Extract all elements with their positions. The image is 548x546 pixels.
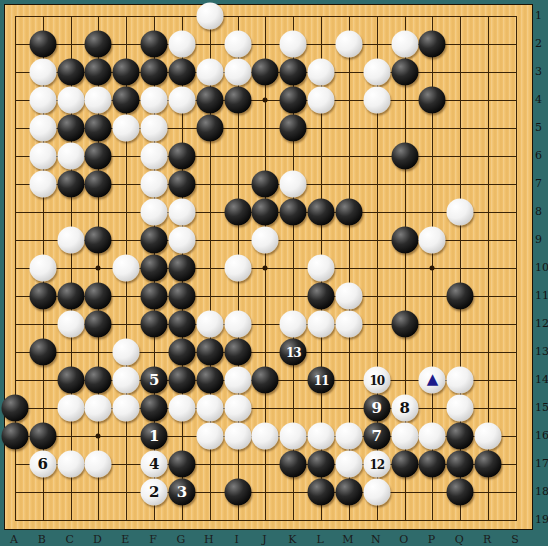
stone-G7[interactable]: [168, 171, 195, 198]
stone-Q14[interactable]: [447, 367, 474, 394]
row-label-13: 13: [535, 345, 548, 358]
row-label-5: 5: [535, 121, 542, 134]
col-label-S: S: [511, 533, 519, 546]
stone-H1[interactable]: [196, 3, 223, 30]
stone-G14[interactable]: [168, 367, 195, 394]
stone-L12[interactable]: [308, 311, 335, 338]
stone-K8[interactable]: [280, 199, 307, 226]
stone-F2[interactable]: [141, 31, 168, 58]
move-number-label: 11: [314, 374, 329, 386]
stone-I13[interactable]: [224, 339, 251, 366]
stone-F14[interactable]: 5: [141, 367, 168, 394]
stone-O16[interactable]: [391, 423, 418, 450]
stone-B17[interactable]: 6: [29, 451, 56, 478]
stone-L18[interactable]: [308, 479, 335, 506]
row-label-6: 6: [535, 149, 542, 162]
row-label-7: 7: [535, 177, 542, 190]
stone-F18[interactable]: 2: [141, 479, 168, 506]
hoshi-point: [263, 98, 268, 103]
stone-K7[interactable]: [280, 171, 307, 198]
grid-line: [516, 16, 517, 521]
stone-L16[interactable]: [308, 423, 335, 450]
stone-B13[interactable]: [29, 339, 56, 366]
row-label-8: 8: [535, 205, 542, 218]
stone-K2[interactable]: [280, 31, 307, 58]
stone-D5[interactable]: [85, 115, 112, 142]
move-number-label: 3: [177, 485, 187, 500]
stone-B11[interactable]: [29, 283, 56, 310]
stone-L14[interactable]: 11: [308, 367, 335, 394]
row-label-19: 19: [535, 513, 548, 526]
stone-G15[interactable]: [168, 395, 195, 422]
stone-G9[interactable]: [168, 227, 195, 254]
row-label-3: 3: [535, 65, 542, 78]
stone-O2[interactable]: [391, 31, 418, 58]
stone-E4[interactable]: [113, 87, 140, 114]
col-label-B: B: [38, 533, 46, 546]
stone-K17[interactable]: [280, 451, 307, 478]
stone-F12[interactable]: [141, 311, 168, 338]
stone-F11[interactable]: [141, 283, 168, 310]
row-label-12: 12: [535, 317, 548, 330]
stone-P2[interactable]: [419, 31, 446, 58]
stone-I15[interactable]: [224, 395, 251, 422]
stone-C3[interactable]: [57, 59, 84, 86]
stone-N4[interactable]: [363, 87, 390, 114]
stone-G3[interactable]: [168, 59, 195, 86]
stone-B4[interactable]: [29, 87, 56, 114]
stone-R17[interactable]: [475, 451, 502, 478]
stone-M16[interactable]: [335, 423, 362, 450]
col-label-F: F: [149, 533, 157, 546]
col-label-A: A: [10, 533, 18, 546]
stone-C9[interactable]: [57, 227, 84, 254]
stone-D15[interactable]: [85, 395, 112, 422]
col-label-C: C: [65, 533, 73, 546]
stone-D17[interactable]: [85, 451, 112, 478]
stone-E3[interactable]: [113, 59, 140, 86]
move-number-label: 7: [372, 429, 382, 444]
stone-F9[interactable]: [141, 227, 168, 254]
stone-C4[interactable]: [57, 87, 84, 114]
stone-J8[interactable]: [252, 199, 279, 226]
stone-J16[interactable]: [252, 423, 279, 450]
stone-L11[interactable]: [308, 283, 335, 310]
stone-N16[interactable]: 7: [363, 423, 390, 450]
stone-H3[interactable]: [196, 59, 223, 86]
stone-C17[interactable]: [57, 451, 84, 478]
move-number-label: 4: [149, 457, 159, 472]
stone-B6[interactable]: [29, 143, 56, 170]
col-label-N: N: [371, 533, 381, 546]
stone-B7[interactable]: [29, 171, 56, 198]
stone-N18[interactable]: [363, 479, 390, 506]
stone-D2[interactable]: [85, 31, 112, 58]
stone-J14[interactable]: [252, 367, 279, 394]
stone-F5[interactable]: [141, 115, 168, 142]
move-number-label: 5: [149, 373, 159, 388]
stone-Q15[interactable]: [447, 395, 474, 422]
move-number-label: 1: [149, 429, 159, 444]
stone-I16[interactable]: [224, 423, 251, 450]
stone-C7[interactable]: [57, 171, 84, 198]
col-label-Q: Q: [455, 533, 464, 546]
col-label-E: E: [121, 533, 129, 546]
row-label-14: 14: [535, 373, 548, 386]
stone-J7[interactable]: [252, 171, 279, 198]
row-label-16: 16: [535, 429, 548, 442]
stone-R16[interactable]: [475, 423, 502, 450]
col-label-K: K: [288, 533, 296, 546]
stone-L3[interactable]: [308, 59, 335, 86]
stone-I14[interactable]: [224, 367, 251, 394]
stone-M11[interactable]: [335, 283, 362, 310]
stone-G12[interactable]: [168, 311, 195, 338]
stone-I2[interactable]: [224, 31, 251, 58]
stone-I3[interactable]: [224, 59, 251, 86]
stone-M12[interactable]: [335, 311, 362, 338]
stone-I10[interactable]: [224, 255, 251, 282]
stone-A15[interactable]: [2, 395, 29, 422]
col-label-P: P: [428, 533, 435, 546]
go-app-window: 1351110▲9817641223 ABCDEFGHIJKLMNOPQRS 1…: [0, 0, 548, 546]
stone-E5[interactable]: [113, 115, 140, 142]
stone-C11[interactable]: [57, 283, 84, 310]
stone-Q18[interactable]: [447, 479, 474, 506]
stone-F6[interactable]: [141, 143, 168, 170]
stone-B2[interactable]: [29, 31, 56, 58]
col-label-O: O: [399, 533, 408, 546]
stone-C12[interactable]: [57, 311, 84, 338]
stone-I4[interactable]: [224, 87, 251, 114]
col-label-I: I: [234, 533, 238, 546]
move-number-label: 2: [149, 485, 159, 500]
stone-C15[interactable]: [57, 395, 84, 422]
row-label-11: 11: [535, 289, 548, 302]
stone-C6[interactable]: [57, 143, 84, 170]
stone-F17[interactable]: 4: [141, 451, 168, 478]
stone-P9[interactable]: [419, 227, 446, 254]
stone-H5[interactable]: [196, 115, 223, 142]
stone-Q8[interactable]: [447, 199, 474, 226]
move-number-label: 6: [38, 457, 48, 472]
stone-D3[interactable]: [85, 59, 112, 86]
stone-I18[interactable]: [224, 479, 251, 506]
stone-K5[interactable]: [280, 115, 307, 142]
stone-N15[interactable]: 9: [363, 395, 390, 422]
stone-H4[interactable]: [196, 87, 223, 114]
go-board[interactable]: 1351110▲9817641223: [4, 4, 533, 530]
row-label-17: 17: [535, 457, 548, 470]
row-label-15: 15: [535, 401, 548, 414]
col-label-J: J: [262, 533, 266, 546]
stone-B3[interactable]: [29, 59, 56, 86]
stone-G2[interactable]: [168, 31, 195, 58]
stone-P16[interactable]: [419, 423, 446, 450]
stone-E10[interactable]: [113, 255, 140, 282]
stone-N17[interactable]: 12: [363, 451, 390, 478]
stone-G8[interactable]: [168, 199, 195, 226]
move-number-label: 9: [372, 401, 382, 416]
stone-O3[interactable]: [391, 59, 418, 86]
col-label-M: M: [342, 533, 353, 546]
col-label-D: D: [93, 533, 102, 546]
stone-A16[interactable]: [2, 423, 29, 450]
stone-I8[interactable]: [224, 199, 251, 226]
stone-M2[interactable]: [335, 31, 362, 58]
stone-G18[interactable]: 3: [168, 479, 195, 506]
stone-M18[interactable]: [335, 479, 362, 506]
stone-E15[interactable]: [113, 395, 140, 422]
stone-L17[interactable]: [308, 451, 335, 478]
stone-P17[interactable]: [419, 451, 446, 478]
stone-Q17[interactable]: [447, 451, 474, 478]
triangle-mark-icon: ▲: [427, 372, 439, 387]
move-number-label: 8: [399, 401, 409, 416]
row-label-9: 9: [535, 233, 542, 246]
stone-D9[interactable]: [85, 227, 112, 254]
stone-J3[interactable]: [252, 59, 279, 86]
row-label-1: 1: [535, 9, 542, 22]
hoshi-point: [96, 434, 101, 439]
stone-C5[interactable]: [57, 115, 84, 142]
stone-K3[interactable]: [280, 59, 307, 86]
stone-H13[interactable]: [196, 339, 223, 366]
stone-C14[interactable]: [57, 367, 84, 394]
stone-Q16[interactable]: [447, 423, 474, 450]
stone-B10[interactable]: [29, 255, 56, 282]
col-label-G: G: [177, 533, 186, 546]
stone-D4[interactable]: [85, 87, 112, 114]
stone-H14[interactable]: [196, 367, 223, 394]
stone-G4[interactable]: [168, 87, 195, 114]
stone-G13[interactable]: [168, 339, 195, 366]
stone-F10[interactable]: [141, 255, 168, 282]
stone-F7[interactable]: [141, 171, 168, 198]
stone-M8[interactable]: [335, 199, 362, 226]
stone-L8[interactable]: [308, 199, 335, 226]
stone-B5[interactable]: [29, 115, 56, 142]
hoshi-point: [96, 266, 101, 271]
stone-D12[interactable]: [85, 311, 112, 338]
stone-F4[interactable]: [141, 87, 168, 114]
stone-O9[interactable]: [391, 227, 418, 254]
stone-G6[interactable]: [168, 143, 195, 170]
stone-K16[interactable]: [280, 423, 307, 450]
move-number-label: 12: [369, 458, 384, 470]
stone-N14[interactable]: 10: [363, 367, 390, 394]
stone-O12[interactable]: [391, 311, 418, 338]
row-label-4: 4: [535, 93, 542, 106]
stone-P4[interactable]: [419, 87, 446, 114]
stone-D11[interactable]: [85, 283, 112, 310]
stone-H12[interactable]: [196, 311, 223, 338]
stone-F3[interactable]: [141, 59, 168, 86]
col-label-H: H: [204, 533, 214, 546]
stone-N3[interactable]: [363, 59, 390, 86]
stone-K13[interactable]: 13: [280, 339, 307, 366]
stone-K4[interactable]: [280, 87, 307, 114]
stone-B16[interactable]: [29, 423, 56, 450]
stone-E14[interactable]: [113, 367, 140, 394]
stone-O15[interactable]: 8: [391, 395, 418, 422]
col-label-L: L: [317, 533, 324, 546]
stone-L10[interactable]: [308, 255, 335, 282]
hoshi-point: [263, 266, 268, 271]
stone-H16[interactable]: [196, 423, 223, 450]
stone-F16[interactable]: 1: [141, 423, 168, 450]
stone-Q11[interactable]: [447, 283, 474, 310]
row-label-2: 2: [535, 37, 542, 50]
hoshi-point: [430, 266, 435, 271]
stone-G10[interactable]: [168, 255, 195, 282]
stone-G11[interactable]: [168, 283, 195, 310]
stone-D7[interactable]: [85, 171, 112, 198]
move-number-label: 10: [369, 374, 384, 386]
stone-O17[interactable]: [391, 451, 418, 478]
stone-I12[interactable]: [224, 311, 251, 338]
stone-O6[interactable]: [391, 143, 418, 170]
stone-G17[interactable]: [168, 451, 195, 478]
stone-F8[interactable]: [141, 199, 168, 226]
stone-D14[interactable]: [85, 367, 112, 394]
stone-F15[interactable]: [141, 395, 168, 422]
stone-D6[interactable]: [85, 143, 112, 170]
stone-H15[interactable]: [196, 395, 223, 422]
stone-E13[interactable]: [113, 339, 140, 366]
stone-L4[interactable]: [308, 87, 335, 114]
row-label-18: 18: [535, 485, 548, 498]
col-label-R: R: [483, 533, 491, 546]
stone-K12[interactable]: [280, 311, 307, 338]
row-label-10: 10: [535, 261, 548, 274]
stone-M17[interactable]: [335, 451, 362, 478]
stone-P14[interactable]: ▲: [419, 367, 446, 394]
move-number-label: 13: [286, 346, 301, 358]
stone-J9[interactable]: [252, 227, 279, 254]
